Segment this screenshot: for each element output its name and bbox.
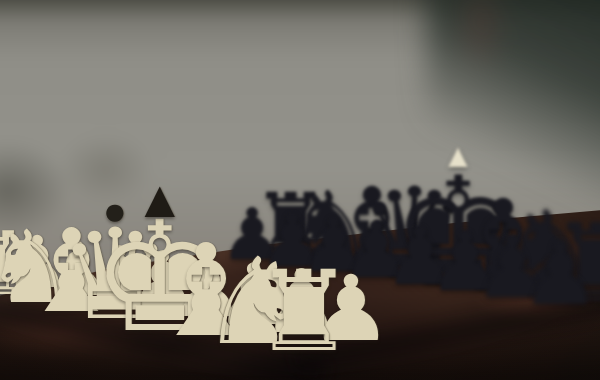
chess-photo-scene: ♜♞♝♛●♚▲♝♞♜♟♟♟♟♟♟♟♟♟♟♟♟♟♟♟♟♜♞♝♛♚▲♝♞♜ [0,0,600,380]
background-dark-band [426,0,600,214]
